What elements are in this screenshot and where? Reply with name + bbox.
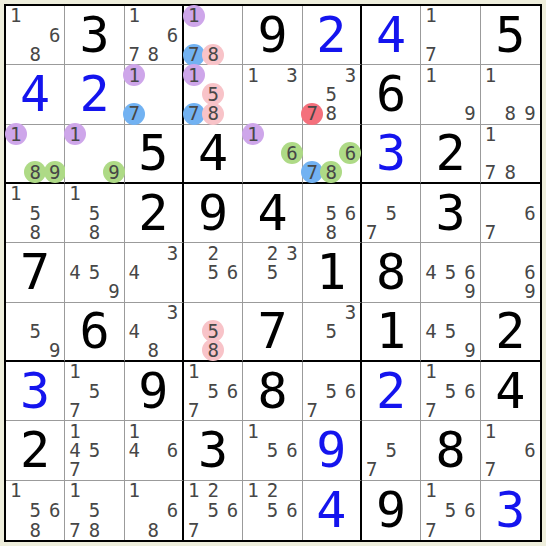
candidate-digit: 8 — [29, 223, 40, 242]
candidate-pos-1: 1 — [65, 481, 84, 500]
cell-r3c4[interactable]: 4 — [184, 125, 243, 184]
candidate-pos-5: 5 — [25, 204, 44, 223]
candidate-pos-5: 5 — [25, 501, 44, 520]
cell-r7c2[interactable]: 157 — [65, 362, 124, 421]
candidate-pos-5: 5 — [441, 501, 460, 520]
cell-r5c1[interactable]: 7 — [6, 243, 65, 302]
candidate-digit: 1 — [425, 481, 436, 500]
cell-r9c8[interactable]: 1567 — [421, 481, 480, 540]
candidate-digit: 6 — [49, 501, 60, 520]
candidate-digit: 5 — [326, 322, 337, 341]
candidate-pos-5: 5 — [85, 204, 104, 223]
cell-r7c7[interactable]: 2 — [362, 362, 421, 421]
cell-r1c7[interactable]: 4 — [362, 6, 421, 65]
candidate-digit: 8 — [89, 223, 100, 242]
cell-r3c1[interactable]: 189 — [6, 125, 65, 184]
cell-r8c5[interactable]: 156 — [243, 421, 302, 480]
candidate-digit: 5 — [29, 204, 40, 223]
candidate-pos-1: 1 — [184, 362, 203, 381]
cell-r8c7[interactable]: 57 — [362, 421, 421, 480]
candidate-digit: 1 — [485, 125, 496, 144]
solved-digit: 3 — [495, 485, 525, 535]
candidate-pos-2: 2 — [203, 481, 222, 500]
given-digit: 3 — [198, 425, 228, 475]
candidate-pos-4: 4 — [125, 441, 144, 460]
candidate-digit: 1 — [69, 184, 80, 203]
cell-r2c1[interactable]: 4 — [6, 65, 65, 124]
candidate-digit: 5 — [89, 204, 100, 223]
candidate-digit: 3 — [167, 303, 178, 322]
cell-r8c1[interactable]: 2 — [6, 421, 65, 480]
candidate-pos-1: 1 — [184, 6, 203, 25]
cell-r1c1[interactable]: 168 — [6, 6, 65, 65]
cell-r7c1[interactable]: 3 — [6, 362, 65, 421]
candidate-digit: 1 — [69, 125, 80, 144]
candidate-pos-5: 5 — [203, 322, 222, 341]
candidate-digit: 5 — [385, 204, 396, 223]
cell-r4c7[interactable]: 57 — [362, 184, 421, 243]
cell-r9c3[interactable]: 168 — [125, 481, 184, 540]
candidate-digit: 8 — [326, 104, 337, 123]
candidate-digit: 5 — [445, 263, 456, 282]
candidate-pos-1: 1 — [481, 125, 501, 144]
cell-r5c5[interactable]: 235 — [243, 243, 302, 302]
candidate-digit: 3 — [167, 244, 178, 263]
candidate-digit: 1 — [247, 481, 258, 500]
candidate-pos-6: 6 — [45, 26, 64, 45]
given-digit: 6 — [376, 69, 406, 119]
candidate-pos-1: 1 — [243, 481, 262, 500]
cell-r2c3[interactable]: 17 — [125, 65, 184, 124]
candidate-pos-5: 5 — [263, 263, 282, 282]
cell-r4c4[interactable]: 9 — [184, 184, 243, 243]
cell-r3c6[interactable]: 678 — [303, 125, 362, 184]
cell-r4c5[interactable]: 4 — [243, 184, 302, 243]
candidate-digit: 2 — [207, 481, 218, 500]
candidate-pos-5: 5 — [322, 204, 341, 223]
candidate-pos-3: 3 — [163, 244, 182, 263]
candidate-pos-1: 1 — [65, 184, 84, 203]
cell-r2c5[interactable]: 13 — [243, 65, 302, 124]
candidate-digit: 5 — [385, 441, 396, 460]
candidate-digit: 7 — [128, 45, 139, 64]
cell-r1c2[interactable]: 3 — [65, 6, 124, 65]
candidate-pos-1: 1 — [125, 6, 144, 25]
cell-r6c6[interactable]: 35 — [303, 303, 362, 362]
candidate-digit: 8 — [29, 45, 40, 64]
cell-r4c2[interactable]: 158 — [65, 184, 124, 243]
cell-r2c6[interactable]: 3578 — [303, 65, 362, 124]
candidate-digit: 8 — [89, 521, 100, 540]
cell-r3c7[interactable]: 3 — [362, 125, 421, 184]
candidate-pos-2: 2 — [263, 244, 282, 263]
cell-r5c7[interactable]: 8 — [362, 243, 421, 302]
candidate-digit: 6 — [464, 263, 475, 282]
candidate-pos-6: 6 — [520, 441, 540, 460]
candidate-digit: 1 — [247, 66, 258, 85]
candidate-pos-6: 6 — [341, 204, 360, 223]
candidate-pos-8: 8 — [144, 341, 163, 360]
candidate-pos-8: 8 — [500, 104, 520, 123]
cell-r2c4[interactable]: 1578 — [184, 65, 243, 124]
candidate-digit: 7 — [188, 401, 199, 420]
cell-r9c5[interactable]: 1256 — [243, 481, 302, 540]
candidate-digit: 6 — [286, 144, 297, 163]
candidate-pos-6: 6 — [282, 441, 301, 460]
candidate-digit: 6 — [286, 501, 297, 520]
cell-r1c8[interactable]: 17 — [421, 6, 480, 65]
candidate-pos-6: 6 — [223, 382, 242, 401]
cell-r2c9[interactable]: 189 — [481, 65, 540, 124]
candidate-digit: 1 — [485, 66, 496, 85]
cell-r7c4[interactable]: 1567 — [184, 362, 243, 421]
candidate-pos-7: 7 — [303, 104, 322, 123]
cell-r5c4[interactable]: 256 — [184, 243, 243, 302]
candidate-digit: 1 — [69, 422, 80, 441]
cell-r4c8[interactable]: 3 — [421, 184, 480, 243]
candidate-pos-7: 7 — [362, 223, 381, 242]
candidate-pos-4: 4 — [125, 263, 144, 282]
candidate-digit: 9 — [464, 341, 475, 360]
cell-r8c3[interactable]: 146 — [125, 421, 184, 480]
candidate-digit: 4 — [128, 263, 139, 282]
cell-r8c6[interactable]: 9 — [303, 421, 362, 480]
candidate-digit: 9 — [464, 282, 475, 301]
candidate-pos-1: 1 — [125, 66, 144, 85]
candidate-pos-1: 1 — [65, 125, 84, 144]
candidate-pos-5: 5 — [441, 382, 460, 401]
cell-r2c2[interactable]: 2 — [65, 65, 124, 124]
cell-r6c3[interactable]: 348 — [125, 303, 184, 362]
candidate-pos-7: 7 — [125, 45, 144, 64]
cell-r3c9[interactable]: 178 — [481, 125, 540, 184]
candidate-digit: 1 — [10, 184, 21, 203]
cell-r5c9[interactable]: 69 — [481, 243, 540, 302]
candidate-pos-3: 3 — [341, 66, 360, 85]
cell-r1c5[interactable]: 9 — [243, 6, 302, 65]
candidate-pos-1: 1 — [421, 362, 440, 381]
candidate-pos-1: 1 — [6, 481, 25, 500]
given-digit: 7 — [20, 247, 50, 297]
candidate-digit: 6 — [524, 441, 535, 460]
candidate-digit: 6 — [345, 382, 356, 401]
candidate-digit: 6 — [464, 382, 475, 401]
candidate-digit: 5 — [29, 501, 40, 520]
candidate-digit: 5 — [326, 85, 337, 104]
candidate-pos-5: 5 — [85, 501, 104, 520]
candidate-digit: 1 — [188, 6, 199, 25]
cell-r4c6[interactable]: 568 — [303, 184, 362, 243]
cell-r6c8[interactable]: 459 — [421, 303, 480, 362]
candidate-digit: 5 — [207, 263, 218, 282]
candidate-pos-6: 6 — [163, 441, 182, 460]
candidate-digit: 5 — [207, 501, 218, 520]
candidate-digit: 5 — [445, 382, 456, 401]
candidate-pos-6: 6 — [460, 382, 479, 401]
candidate-pos-8: 8 — [144, 45, 163, 64]
candidate-pos-8: 8 — [203, 341, 222, 360]
given-digit: 9 — [257, 10, 287, 60]
candidate-digit: 6 — [345, 204, 356, 223]
candidate-pos-5: 5 — [85, 263, 104, 282]
cell-r9c7[interactable]: 9 — [362, 481, 421, 540]
candidate-digit: 6 — [464, 501, 475, 520]
candidate-pos-7: 7 — [481, 223, 501, 242]
given-digit: 8 — [257, 366, 287, 416]
candidate-pos-8: 8 — [85, 521, 104, 540]
cell-r9c9[interactable]: 3 — [481, 481, 540, 540]
cell-r6c7[interactable]: 1 — [362, 303, 421, 362]
given-digit: 6 — [79, 306, 109, 356]
candidate-pos-5: 5 — [85, 382, 104, 401]
given-digit: 2 — [138, 188, 168, 238]
cell-r2c8[interactable]: 19 — [421, 65, 480, 124]
given-digit: 9 — [138, 366, 168, 416]
given-digit: 9 — [198, 188, 228, 238]
candidate-digit: 1 — [10, 125, 21, 144]
candidate-digit: 1 — [247, 422, 258, 441]
candidate-digit: 9 — [49, 163, 60, 182]
candidate-pos-5: 5 — [322, 85, 341, 104]
candidate-pos-5: 5 — [263, 441, 282, 460]
candidate-pos-5: 5 — [441, 322, 460, 341]
candidate-digit: 7 — [425, 45, 436, 64]
cell-r7c9[interactable]: 4 — [481, 362, 540, 421]
candidate-digit: 7 — [69, 460, 80, 479]
candidate-pos-3: 3 — [282, 244, 301, 263]
cell-r9c2[interactable]: 1578 — [65, 481, 124, 540]
candidate-pos-8: 8 — [322, 223, 341, 242]
cell-r3c5[interactable]: 16 — [243, 125, 302, 184]
cell-r9c6[interactable]: 4 — [303, 481, 362, 540]
candidate-pos-7: 7 — [481, 460, 501, 479]
candidate-pos-9: 9 — [45, 163, 64, 182]
candidate-digit: 1 — [188, 362, 199, 381]
cell-r8c2[interactable]: 1457 — [65, 421, 124, 480]
candidate-digit: 7 — [188, 104, 199, 123]
cell-r6c9[interactable]: 2 — [481, 303, 540, 362]
given-digit: 1 — [376, 306, 406, 356]
candidate-digit: 7 — [188, 45, 199, 64]
candidate-pos-7: 7 — [65, 401, 84, 420]
solved-digit: 9 — [316, 425, 346, 475]
candidate-digit: 1 — [425, 362, 436, 381]
cell-r6c4[interactable]: 58 — [184, 303, 243, 362]
candidate-digit: 7 — [425, 521, 436, 540]
candidate-pos-8: 8 — [322, 104, 341, 123]
candidate-digit: 8 — [29, 163, 40, 182]
candidate-pos-3: 3 — [282, 66, 301, 85]
given-digit: 5 — [495, 10, 525, 60]
candidate-pos-3: 3 — [341, 303, 360, 322]
candidate-pos-6: 6 — [520, 204, 540, 223]
candidate-pos-7: 7 — [184, 401, 203, 420]
cell-r9c1[interactable]: 1568 — [6, 481, 65, 540]
given-digit: 2 — [495, 306, 525, 356]
candidate-pos-8: 8 — [500, 163, 520, 182]
candidate-pos-6: 6 — [282, 501, 301, 520]
solved-digit: 2 — [316, 10, 346, 60]
candidate-digit: 6 — [524, 263, 535, 282]
candidate-pos-8: 8 — [203, 104, 222, 123]
candidate-pos-1: 1 — [243, 66, 262, 85]
candidate-digit: 1 — [128, 6, 139, 25]
cell-r1c9[interactable]: 5 — [481, 6, 540, 65]
candidate-digit: 5 — [326, 382, 337, 401]
candidate-pos-6: 6 — [460, 263, 479, 282]
candidate-digit: 4 — [69, 263, 80, 282]
candidate-digit: 1 — [128, 66, 139, 85]
cell-r6c2[interactable]: 6 — [65, 303, 124, 362]
candidate-pos-7: 7 — [303, 163, 322, 182]
candidate-digit: 1 — [10, 481, 21, 500]
candidate-pos-9: 9 — [520, 282, 540, 301]
candidate-pos-5: 5 — [322, 382, 341, 401]
candidate-digit: 8 — [148, 341, 159, 360]
candidate-digit: 4 — [69, 441, 80, 460]
given-digit: 8 — [376, 247, 406, 297]
candidate-pos-3: 3 — [163, 303, 182, 322]
candidate-pos-8: 8 — [85, 223, 104, 242]
candidate-pos-5: 5 — [381, 204, 400, 223]
solved-digit: 3 — [20, 366, 50, 416]
cell-r3c2[interactable]: 19 — [65, 125, 124, 184]
candidate-pos-1: 1 — [421, 481, 440, 500]
cell-r8c9[interactable]: 167 — [481, 421, 540, 480]
cell-r7c3[interactable]: 9 — [125, 362, 184, 421]
candidate-digit: 4 — [425, 263, 436, 282]
candidate-digit: 8 — [148, 521, 159, 540]
given-digit: 1 — [316, 247, 346, 297]
candidate-pos-1: 1 — [6, 125, 25, 144]
candidate-digit: 6 — [227, 501, 238, 520]
cell-r9c4[interactable]: 12567 — [184, 481, 243, 540]
candidate-pos-9: 9 — [45, 341, 64, 360]
candidate-pos-8: 8 — [144, 521, 163, 540]
candidate-pos-9: 9 — [460, 282, 479, 301]
candidate-digit: 9 — [524, 104, 535, 123]
candidate-pos-7: 7 — [125, 104, 144, 123]
cell-r3c3[interactable]: 5 — [125, 125, 184, 184]
cell-r1c4[interactable]: 178 — [184, 6, 243, 65]
solved-digit: 2 — [79, 69, 109, 119]
candidate-pos-9: 9 — [520, 104, 540, 123]
candidate-pos-1: 1 — [421, 66, 440, 85]
candidate-pos-7: 7 — [421, 45, 440, 64]
candidate-pos-8: 8 — [25, 521, 44, 540]
candidate-pos-6: 6 — [341, 382, 360, 401]
candidate-pos-1: 1 — [481, 66, 501, 85]
candidate-pos-7: 7 — [481, 163, 501, 182]
cell-r5c8[interactable]: 4569 — [421, 243, 480, 302]
candidate-digit: 4 — [425, 322, 436, 341]
cell-r4c1[interactable]: 158 — [6, 184, 65, 243]
candidate-digit: 3 — [286, 66, 297, 85]
candidate-digit: 1 — [69, 481, 80, 500]
cell-r1c6[interactable]: 2 — [303, 6, 362, 65]
candidate-pos-6: 6 — [520, 263, 540, 282]
candidate-pos-2: 2 — [203, 244, 222, 263]
solved-digit: 2 — [376, 366, 406, 416]
cell-r6c1[interactable]: 59 — [6, 303, 65, 362]
candidate-pos-6: 6 — [460, 501, 479, 520]
candidate-pos-7: 7 — [421, 521, 440, 540]
cell-r6c5[interactable]: 7 — [243, 303, 302, 362]
candidate-pos-1: 1 — [184, 66, 203, 85]
candidate-digit: 9 — [524, 282, 535, 301]
candidate-digit: 6 — [227, 382, 238, 401]
candidate-digit: 3 — [345, 66, 356, 85]
candidate-digit: 7 — [69, 521, 80, 540]
candidate-digit: 8 — [207, 104, 218, 123]
candidate-digit: 9 — [49, 341, 60, 360]
cell-r5c6[interactable]: 1 — [303, 243, 362, 302]
candidate-digit: 5 — [267, 263, 278, 282]
candidate-pos-7: 7 — [65, 521, 84, 540]
given-digit: 9 — [376, 485, 406, 535]
cell-r7c6[interactable]: 567 — [303, 362, 362, 421]
candidate-digit: 6 — [167, 26, 178, 45]
cell-r7c5[interactable]: 8 — [243, 362, 302, 421]
candidate-digit: 7 — [485, 460, 496, 479]
cell-r4c3[interactable]: 2 — [125, 184, 184, 243]
candidate-digit: 1 — [69, 362, 80, 381]
candidate-digit: 8 — [148, 45, 159, 64]
cell-r8c4[interactable]: 3 — [184, 421, 243, 480]
cell-r7c8[interactable]: 1567 — [421, 362, 480, 421]
candidate-pos-8: 8 — [25, 223, 44, 242]
candidate-pos-1: 1 — [421, 6, 440, 25]
cell-r1c3[interactable]: 1678 — [125, 6, 184, 65]
candidate-digit: 1 — [128, 422, 139, 441]
candidate-pos-8: 8 — [25, 163, 44, 182]
candidate-digit: 6 — [345, 144, 356, 163]
candidate-digit: 1 — [425, 6, 436, 25]
candidate-digit: 5 — [326, 204, 337, 223]
cell-r2c7[interactable]: 6 — [362, 65, 421, 124]
candidate-digit: 6 — [524, 204, 535, 223]
candidate-digit: 5 — [207, 85, 218, 104]
candidate-pos-8: 8 — [203, 45, 222, 64]
candidate-digit: 5 — [89, 501, 100, 520]
candidate-pos-8: 8 — [322, 163, 341, 182]
candidate-digit: 7 — [188, 521, 199, 540]
candidate-digit: 8 — [505, 163, 516, 182]
candidate-digit: 4 — [128, 322, 139, 341]
candidate-pos-4: 4 — [421, 263, 440, 282]
candidate-pos-5: 5 — [441, 263, 460, 282]
candidate-digit: 7 — [306, 401, 317, 420]
candidate-pos-9: 9 — [460, 104, 479, 123]
cell-r5c2[interactable]: 459 — [65, 243, 124, 302]
candidate-digit: 3 — [286, 244, 297, 263]
candidate-digit: 8 — [207, 341, 218, 360]
candidate-pos-1: 1 — [243, 422, 262, 441]
candidate-digit: 3 — [345, 303, 356, 322]
candidate-digit: 7 — [306, 163, 317, 182]
cell-r3c8[interactable]: 2 — [421, 125, 480, 184]
candidate-digit: 7 — [128, 104, 139, 123]
candidate-digit: 8 — [29, 521, 40, 540]
cell-r4c9[interactable]: 67 — [481, 184, 540, 243]
cell-r5c3[interactable]: 34 — [125, 243, 184, 302]
cell-r8c8[interactable]: 8 — [421, 421, 480, 480]
candidate-digit: 4 — [128, 441, 139, 460]
candidate-pos-4: 4 — [65, 263, 84, 282]
candidate-digit: 8 — [326, 163, 337, 182]
candidate-digit: 9 — [108, 163, 119, 182]
candidate-pos-5: 5 — [263, 501, 282, 520]
